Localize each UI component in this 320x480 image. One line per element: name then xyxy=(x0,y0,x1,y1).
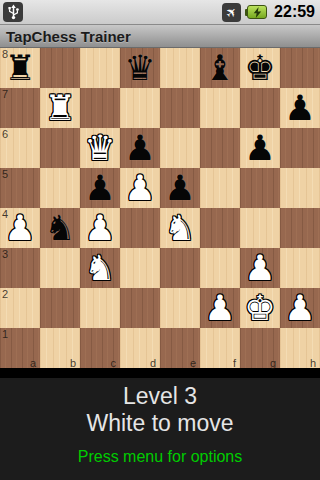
rank-label-1: 1 xyxy=(2,328,8,341)
white-pawn: ♟ xyxy=(244,248,275,288)
square-c8[interactable] xyxy=(80,48,120,88)
square-h8[interactable] xyxy=(280,48,320,88)
square-f5[interactable] xyxy=(200,168,240,208)
rank-label-3: 3 xyxy=(2,248,8,261)
white-king: ♚ xyxy=(244,288,275,328)
square-c5[interactable]: ♟ xyxy=(80,168,120,208)
white-pawn: ♟ xyxy=(84,208,115,248)
square-d2[interactable] xyxy=(120,288,160,328)
square-e5[interactable]: ♟ xyxy=(160,168,200,208)
usb-connected-icon xyxy=(3,2,23,22)
square-b7[interactable]: ♜ xyxy=(40,88,80,128)
app-screen: ✈ 22:59 TapChess Trainer 8♜♛♝♚7♜♟6♛♟♟5♟♟… xyxy=(0,0,320,480)
square-c6[interactable]: ♛ xyxy=(80,128,120,168)
file-label-e: e xyxy=(190,357,196,369)
black-pawn: ♟ xyxy=(284,88,315,128)
square-b6[interactable] xyxy=(40,128,80,168)
black-queen: ♛ xyxy=(124,48,155,88)
square-h5[interactable] xyxy=(280,168,320,208)
white-queen: ♛ xyxy=(84,128,115,168)
black-pawn: ♟ xyxy=(124,128,155,168)
square-e1[interactable]: e xyxy=(160,328,200,368)
square-g5[interactable] xyxy=(240,168,280,208)
airplane-mode-icon: ✈ xyxy=(222,3,241,22)
square-d8[interactable]: ♛ xyxy=(120,48,160,88)
file-label-d: d xyxy=(150,357,156,369)
square-h1[interactable]: h xyxy=(280,328,320,368)
square-f6[interactable] xyxy=(200,128,240,168)
white-pawn: ♟ xyxy=(204,288,235,328)
square-e6[interactable] xyxy=(160,128,200,168)
rank-label-2: 2 xyxy=(2,288,8,301)
rank-label-5: 5 xyxy=(2,168,8,181)
white-pawn: ♟ xyxy=(124,168,155,208)
square-g4[interactable] xyxy=(240,208,280,248)
square-h4[interactable] xyxy=(280,208,320,248)
square-d1[interactable]: d xyxy=(120,328,160,368)
black-king: ♚ xyxy=(244,48,275,88)
square-g8[interactable]: ♚ xyxy=(240,48,280,88)
square-a4[interactable]: 4♟ xyxy=(0,208,40,248)
square-e8[interactable] xyxy=(160,48,200,88)
white-knight: ♞ xyxy=(164,208,195,248)
title-bar: TapChess Trainer xyxy=(0,25,320,48)
square-f8[interactable]: ♝ xyxy=(200,48,240,88)
file-label-c: c xyxy=(111,357,117,369)
square-d6[interactable]: ♟ xyxy=(120,128,160,168)
turn-to-move-text: White to move xyxy=(0,410,320,437)
black-pawn: ♟ xyxy=(244,128,275,168)
clock-text: 22:59 xyxy=(274,3,315,21)
level-text: Level 3 xyxy=(0,383,320,410)
chess-board: 8♜♛♝♚7♜♟6♛♟♟5♟♟♟4♟♞♟♞3♞♟2♟♚♟1abcdefgh xyxy=(0,48,320,368)
square-f7[interactable] xyxy=(200,88,240,128)
status-bar-right: ✈ 22:59 xyxy=(222,3,317,22)
square-g6[interactable]: ♟ xyxy=(240,128,280,168)
square-h6[interactable] xyxy=(280,128,320,168)
app-title: TapChess Trainer xyxy=(6,28,131,45)
square-g2[interactable]: ♚ xyxy=(240,288,280,328)
square-d7[interactable] xyxy=(120,88,160,128)
square-c3[interactable]: ♞ xyxy=(80,248,120,288)
square-c7[interactable] xyxy=(80,88,120,128)
square-a7[interactable]: 7 xyxy=(0,88,40,128)
square-b8[interactable] xyxy=(40,48,80,88)
file-label-g: g xyxy=(270,357,276,369)
rank-label-7: 7 xyxy=(2,88,8,101)
rank-label-6: 6 xyxy=(2,128,8,141)
square-h7[interactable]: ♟ xyxy=(280,88,320,128)
rank-label-4: 4 xyxy=(2,208,8,221)
square-g7[interactable] xyxy=(240,88,280,128)
square-h2[interactable]: ♟ xyxy=(280,288,320,328)
square-b4[interactable]: ♞ xyxy=(40,208,80,248)
file-label-f: f xyxy=(233,357,236,369)
square-a5[interactable]: 5 xyxy=(0,168,40,208)
square-d3[interactable] xyxy=(120,248,160,288)
square-a2[interactable]: 2 xyxy=(0,288,40,328)
black-knight: ♞ xyxy=(44,208,75,248)
file-label-a: a xyxy=(30,357,36,369)
square-d4[interactable] xyxy=(120,208,160,248)
info-panel: Level 3 White to move Press menu for opt… xyxy=(0,368,320,480)
square-f4[interactable] xyxy=(200,208,240,248)
square-b5[interactable] xyxy=(40,168,80,208)
square-d5[interactable]: ♟ xyxy=(120,168,160,208)
square-f3[interactable] xyxy=(200,248,240,288)
square-a3[interactable]: 3 xyxy=(0,248,40,288)
square-c1[interactable]: c xyxy=(80,328,120,368)
square-g1[interactable]: g xyxy=(240,328,280,368)
square-e7[interactable] xyxy=(160,88,200,128)
square-h3[interactable] xyxy=(280,248,320,288)
square-a1[interactable]: 1a xyxy=(0,328,40,368)
square-b1[interactable]: b xyxy=(40,328,80,368)
square-g3[interactable]: ♟ xyxy=(240,248,280,288)
white-knight: ♞ xyxy=(84,248,115,288)
battery-body xyxy=(247,5,267,19)
square-a8[interactable]: 8♜ xyxy=(0,48,40,88)
white-pawn: ♟ xyxy=(284,288,315,328)
black-rook: ♜ xyxy=(4,48,35,88)
white-rook: ♜ xyxy=(44,88,75,128)
black-bishop: ♝ xyxy=(204,48,235,88)
file-label-b: b xyxy=(70,357,76,369)
square-e3[interactable] xyxy=(160,248,200,288)
menu-hint-text: Press menu for options xyxy=(0,448,320,466)
square-e4[interactable]: ♞ xyxy=(160,208,200,248)
square-f1[interactable]: f xyxy=(200,328,240,368)
black-pawn: ♟ xyxy=(84,168,115,208)
status-bar[interactable]: ✈ 22:59 xyxy=(0,0,320,25)
square-c4[interactable]: ♟ xyxy=(80,208,120,248)
square-b3[interactable] xyxy=(40,248,80,288)
file-label-h: h xyxy=(310,357,316,369)
square-a6[interactable]: 6 xyxy=(0,128,40,168)
battery-charging-icon xyxy=(245,5,267,19)
square-e2[interactable] xyxy=(160,288,200,328)
rank-label-8: 8 xyxy=(2,48,8,61)
square-f2[interactable]: ♟ xyxy=(200,288,240,328)
square-b2[interactable] xyxy=(40,288,80,328)
white-pawn: ♟ xyxy=(4,208,35,248)
black-pawn: ♟ xyxy=(164,168,195,208)
square-c2[interactable] xyxy=(80,288,120,328)
